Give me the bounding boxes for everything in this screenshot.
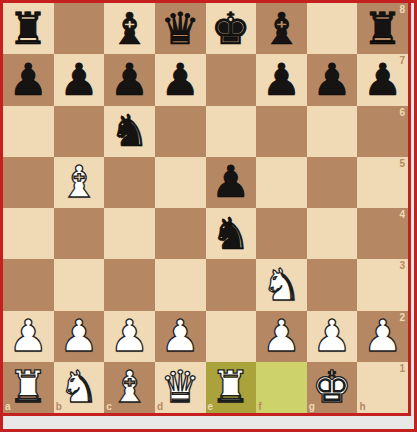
square-c3[interactable] <box>104 259 155 310</box>
piece-white-knight[interactable]: ♞ <box>59 365 98 409</box>
square-f3[interactable]: ♞ <box>256 259 307 310</box>
square-e4[interactable]: ♞ <box>206 208 257 259</box>
square-a7[interactable]: ♟ <box>3 54 54 105</box>
square-h8[interactable]: 8♜ <box>357 3 408 54</box>
square-b6[interactable] <box>54 106 105 157</box>
rank-label-4: 4 <box>399 210 405 220</box>
square-d1[interactable]: d♛ <box>155 362 206 413</box>
rank-label-5: 5 <box>399 159 405 169</box>
piece-white-pawn[interactable]: ♟ <box>110 314 149 358</box>
piece-black-king[interactable]: ♚ <box>211 7 250 51</box>
piece-white-rook[interactable]: ♜ <box>9 365 48 409</box>
square-f5[interactable] <box>256 157 307 208</box>
piece-white-knight[interactable]: ♞ <box>262 263 301 307</box>
square-e3[interactable] <box>206 259 257 310</box>
square-g8[interactable] <box>307 3 358 54</box>
square-e1[interactable]: e♜ <box>206 362 257 413</box>
square-e2[interactable] <box>206 311 257 362</box>
square-d5[interactable] <box>155 157 206 208</box>
square-a2[interactable]: ♟ <box>3 311 54 362</box>
square-c8[interactable]: ♝ <box>104 3 155 54</box>
file-label-h: h <box>359 402 365 412</box>
square-e7[interactable] <box>206 54 257 105</box>
square-b2[interactable]: ♟ <box>54 311 105 362</box>
piece-white-pawn[interactable]: ♟ <box>160 314 199 358</box>
piece-white-pawn[interactable]: ♟ <box>59 314 98 358</box>
square-e8[interactable]: ♚ <box>206 3 257 54</box>
square-b8[interactable] <box>54 3 105 54</box>
square-b1[interactable]: b♞ <box>54 362 105 413</box>
square-c7[interactable]: ♟ <box>104 54 155 105</box>
square-h6[interactable]: 6 <box>357 106 408 157</box>
square-a8[interactable]: ♜ <box>3 3 54 54</box>
piece-white-rook[interactable]: ♜ <box>211 365 250 409</box>
square-b4[interactable] <box>54 208 105 259</box>
piece-black-knight[interactable]: ♞ <box>211 212 250 256</box>
chessboard-container: ♜♝♛♚♝8♜♟♟♟♟♟♟7♟♞6♝♟5♞4♞3♟♟♟♟♟♟2♟a♜b♞c♝d♛… <box>3 3 411 416</box>
square-h4[interactable]: 4 <box>357 208 408 259</box>
square-a5[interactable] <box>3 157 54 208</box>
square-c6[interactable]: ♞ <box>104 106 155 157</box>
square-f2[interactable]: ♟ <box>256 311 307 362</box>
square-f6[interactable] <box>256 106 307 157</box>
piece-black-pawn[interactable]: ♟ <box>110 58 149 102</box>
piece-white-bishop[interactable]: ♝ <box>110 365 149 409</box>
rank-label-1: 1 <box>399 364 405 374</box>
piece-black-rook[interactable]: ♜ <box>9 7 48 51</box>
square-g6[interactable] <box>307 106 358 157</box>
chessboard[interactable]: ♜♝♛♚♝8♜♟♟♟♟♟♟7♟♞6♝♟5♞4♞3♟♟♟♟♟♟2♟a♜b♞c♝d♛… <box>3 3 408 413</box>
square-b3[interactable] <box>54 259 105 310</box>
square-f7[interactable]: ♟ <box>256 54 307 105</box>
square-d8[interactable]: ♛ <box>155 3 206 54</box>
file-label-f: f <box>258 402 261 412</box>
square-h2[interactable]: 2♟ <box>357 311 408 362</box>
piece-black-pawn[interactable]: ♟ <box>59 58 98 102</box>
piece-black-pawn[interactable]: ♟ <box>363 58 402 102</box>
square-c2[interactable]: ♟ <box>104 311 155 362</box>
square-g7[interactable]: ♟ <box>307 54 358 105</box>
square-a4[interactable] <box>3 208 54 259</box>
piece-black-pawn[interactable]: ♟ <box>312 58 351 102</box>
square-b7[interactable]: ♟ <box>54 54 105 105</box>
piece-black-bishop[interactable]: ♝ <box>110 7 149 51</box>
piece-black-rook[interactable]: ♜ <box>363 7 402 51</box>
piece-black-pawn[interactable]: ♟ <box>160 58 199 102</box>
piece-white-bishop[interactable]: ♝ <box>59 160 98 204</box>
square-g4[interactable] <box>307 208 358 259</box>
piece-black-pawn[interactable]: ♟ <box>211 160 250 204</box>
square-a6[interactable] <box>3 106 54 157</box>
square-a3[interactable] <box>3 259 54 310</box>
page-frame: ♜♝♛♚♝8♜♟♟♟♟♟♟7♟♞6♝♟5♞4♞3♟♟♟♟♟♟2♟a♜b♞c♝d♛… <box>0 0 417 432</box>
piece-white-pawn[interactable]: ♟ <box>363 314 402 358</box>
piece-black-pawn[interactable]: ♟ <box>262 58 301 102</box>
square-h7[interactable]: 7♟ <box>357 54 408 105</box>
square-g2[interactable]: ♟ <box>307 311 358 362</box>
square-c1[interactable]: c♝ <box>104 362 155 413</box>
piece-white-pawn[interactable]: ♟ <box>312 314 351 358</box>
square-d6[interactable] <box>155 106 206 157</box>
square-d3[interactable] <box>155 259 206 310</box>
square-a1[interactable]: a♜ <box>3 362 54 413</box>
piece-white-pawn[interactable]: ♟ <box>262 314 301 358</box>
square-g1[interactable]: g♚ <box>307 362 358 413</box>
square-g3[interactable] <box>307 259 358 310</box>
piece-black-bishop[interactable]: ♝ <box>262 7 301 51</box>
piece-white-queen[interactable]: ♛ <box>160 365 199 409</box>
square-e5[interactable]: ♟ <box>206 157 257 208</box>
piece-black-knight[interactable]: ♞ <box>110 109 149 153</box>
square-f8[interactable]: ♝ <box>256 3 307 54</box>
square-c5[interactable] <box>104 157 155 208</box>
square-f1[interactable]: f <box>256 362 307 413</box>
piece-black-queen[interactable]: ♛ <box>160 7 199 51</box>
rank-label-6: 6 <box>399 108 405 118</box>
piece-black-pawn[interactable]: ♟ <box>9 58 48 102</box>
square-b5[interactable]: ♝ <box>54 157 105 208</box>
square-d2[interactable]: ♟ <box>155 311 206 362</box>
square-h3[interactable]: 3 <box>357 259 408 310</box>
square-h1[interactable]: 1h <box>357 362 408 413</box>
piece-white-king[interactable]: ♚ <box>312 365 351 409</box>
square-d7[interactable]: ♟ <box>155 54 206 105</box>
square-g5[interactable] <box>307 157 358 208</box>
rank-label-3: 3 <box>399 261 405 271</box>
square-f4[interactable] <box>256 208 307 259</box>
piece-white-pawn[interactable]: ♟ <box>9 314 48 358</box>
square-d4[interactable] <box>155 208 206 259</box>
square-h5[interactable]: 5 <box>357 157 408 208</box>
square-c4[interactable] <box>104 208 155 259</box>
square-e6[interactable] <box>206 106 257 157</box>
